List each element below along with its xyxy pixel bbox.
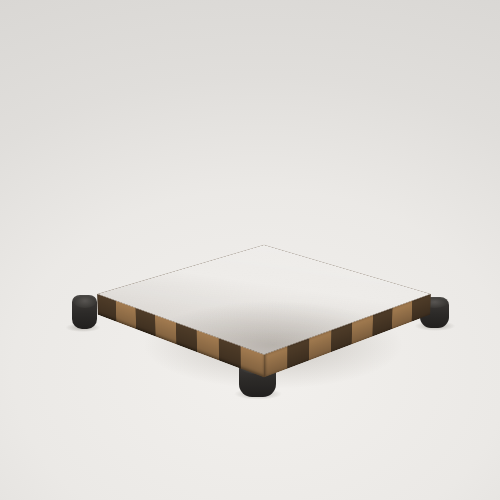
chess-board bbox=[97, 245, 431, 355]
pieces-layer bbox=[97, 245, 431, 355]
board-3d-stage bbox=[0, 0, 500, 500]
chess-set-photo bbox=[0, 0, 500, 500]
